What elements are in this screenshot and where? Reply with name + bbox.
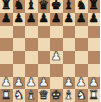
square-h5[interactable] [88, 38, 101, 51]
square-b1[interactable]: ♞ [13, 89, 26, 102]
black-pawn[interactable]: ♟ [38, 12, 49, 24]
square-g6[interactable] [75, 26, 88, 39]
square-c5[interactable] [25, 38, 38, 51]
white-pawn[interactable]: ♟ [13, 76, 24, 88]
black-pawn[interactable]: ♟ [76, 12, 87, 24]
black-knight[interactable]: ♞ [76, 0, 87, 11]
square-b5[interactable] [13, 38, 26, 51]
square-a5[interactable] [0, 38, 13, 51]
square-c1[interactable]: ♝ [25, 89, 38, 102]
square-f4[interactable] [63, 51, 76, 64]
square-c4[interactable] [25, 51, 38, 64]
black-pawn[interactable]: ♟ [51, 12, 62, 24]
black-queen[interactable]: ♛ [38, 0, 49, 11]
chess-board-container: ♜♞♝♛♚♝♞♜♟♟♟♟♟♟♟♟♟♟♟♟♟♟♟♟♜♞♝♛♚♝♞♜ [0, 0, 100, 102]
black-knight[interactable]: ♞ [13, 0, 24, 11]
black-king[interactable]: ♚ [51, 0, 62, 11]
square-g4[interactable] [75, 51, 88, 64]
square-g7[interactable]: ♟ [75, 13, 88, 26]
square-f1[interactable]: ♝ [63, 89, 76, 102]
square-g5[interactable] [75, 38, 88, 51]
square-b6[interactable] [13, 26, 26, 39]
black-pawn[interactable]: ♟ [26, 12, 37, 24]
black-pawn[interactable]: ♟ [1, 12, 12, 24]
square-d1[interactable]: ♛ [38, 89, 51, 102]
square-e3[interactable] [50, 64, 63, 77]
square-g1[interactable]: ♞ [75, 89, 88, 102]
white-knight[interactable]: ♞ [76, 89, 87, 101]
white-pawn[interactable]: ♟ [88, 76, 99, 88]
square-a7[interactable]: ♟ [0, 13, 13, 26]
white-bishop[interactable]: ♝ [26, 89, 37, 101]
white-pawn[interactable]: ♟ [51, 50, 62, 62]
black-pawn[interactable]: ♟ [88, 12, 99, 24]
square-b4[interactable] [13, 51, 26, 64]
black-pawn[interactable]: ♟ [63, 12, 74, 24]
black-rook[interactable]: ♜ [1, 0, 12, 11]
white-rook[interactable]: ♜ [88, 89, 99, 101]
square-h7[interactable]: ♟ [88, 13, 101, 26]
square-e7[interactable]: ♟ [50, 13, 63, 26]
square-c6[interactable] [25, 26, 38, 39]
square-h4[interactable] [88, 51, 101, 64]
white-bishop[interactable]: ♝ [63, 89, 74, 101]
square-f6[interactable] [63, 26, 76, 39]
square-e1[interactable]: ♚ [50, 89, 63, 102]
white-rook[interactable]: ♜ [1, 89, 12, 101]
black-bishop[interactable]: ♝ [26, 0, 37, 11]
white-pawn[interactable]: ♟ [1, 76, 12, 88]
white-queen[interactable]: ♛ [38, 89, 49, 101]
square-h6[interactable] [88, 26, 101, 39]
square-b7[interactable]: ♟ [13, 13, 26, 26]
square-h1[interactable]: ♜ [88, 89, 101, 102]
white-pawn[interactable]: ♟ [63, 76, 74, 88]
square-d4[interactable] [38, 51, 51, 64]
square-d5[interactable] [38, 38, 51, 51]
square-f5[interactable] [63, 38, 76, 51]
white-pawn[interactable]: ♟ [76, 76, 87, 88]
square-a1[interactable]: ♜ [0, 89, 13, 102]
square-c7[interactable]: ♟ [25, 13, 38, 26]
black-rook[interactable]: ♜ [88, 0, 99, 11]
square-d6[interactable] [38, 26, 51, 39]
white-knight[interactable]: ♞ [13, 89, 24, 101]
white-pawn[interactable]: ♟ [38, 76, 49, 88]
black-pawn[interactable]: ♟ [13, 12, 24, 24]
square-d7[interactable]: ♟ [38, 13, 51, 26]
white-king[interactable]: ♚ [51, 89, 62, 101]
square-a6[interactable] [0, 26, 13, 39]
square-f7[interactable]: ♟ [63, 13, 76, 26]
chess-board: ♜♞♝♛♚♝♞♜♟♟♟♟♟♟♟♟♟♟♟♟♟♟♟♟♜♞♝♛♚♝♞♜ [0, 0, 100, 102]
white-pawn[interactable]: ♟ [26, 76, 37, 88]
square-e6[interactable] [50, 26, 63, 39]
square-e4[interactable]: ♟ [50, 51, 63, 64]
square-a4[interactable] [0, 51, 13, 64]
black-bishop[interactable]: ♝ [63, 0, 74, 11]
